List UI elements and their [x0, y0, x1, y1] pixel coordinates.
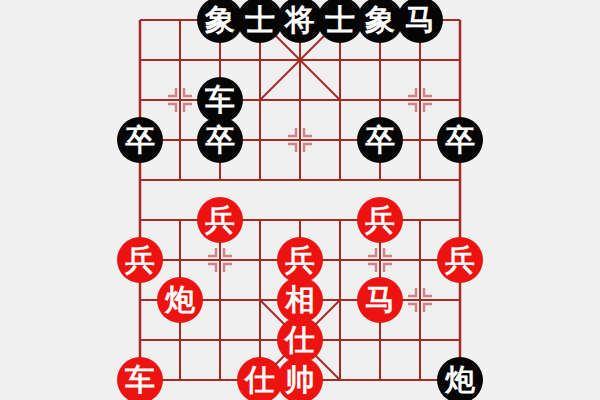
piece-red-soldier[interactable]: 兵: [117, 237, 163, 283]
piece-black-soldier[interactable]: 卒: [117, 117, 163, 163]
piece-red-soldier[interactable]: 兵: [197, 197, 243, 243]
piece-red-cannon[interactable]: 炮: [157, 277, 203, 323]
piece-black-soldier[interactable]: 卒: [197, 117, 243, 163]
piece-black-soldier[interactable]: 卒: [357, 117, 403, 163]
piece-layer: 象士将士象马车卒卒卒卒兵兵兵兵兵炮相马仕车仕帅炮: [120, 0, 480, 400]
piece-red-general[interactable]: 帅: [277, 357, 323, 400]
piece-black-horse[interactable]: 马: [397, 0, 443, 43]
piece-black-cannon[interactable]: 炮: [437, 357, 483, 400]
piece-red-soldier[interactable]: 兵: [437, 237, 483, 283]
xiangqi-diagram: 象士将士象马车卒卒卒卒兵兵兵兵兵炮相马仕车仕帅炮: [0, 0, 600, 400]
piece-red-soldier[interactable]: 兵: [357, 197, 403, 243]
piece-black-soldier[interactable]: 卒: [437, 117, 483, 163]
piece-red-horse[interactable]: 马: [357, 277, 403, 323]
piece-red-chariot[interactable]: 车: [117, 357, 163, 400]
